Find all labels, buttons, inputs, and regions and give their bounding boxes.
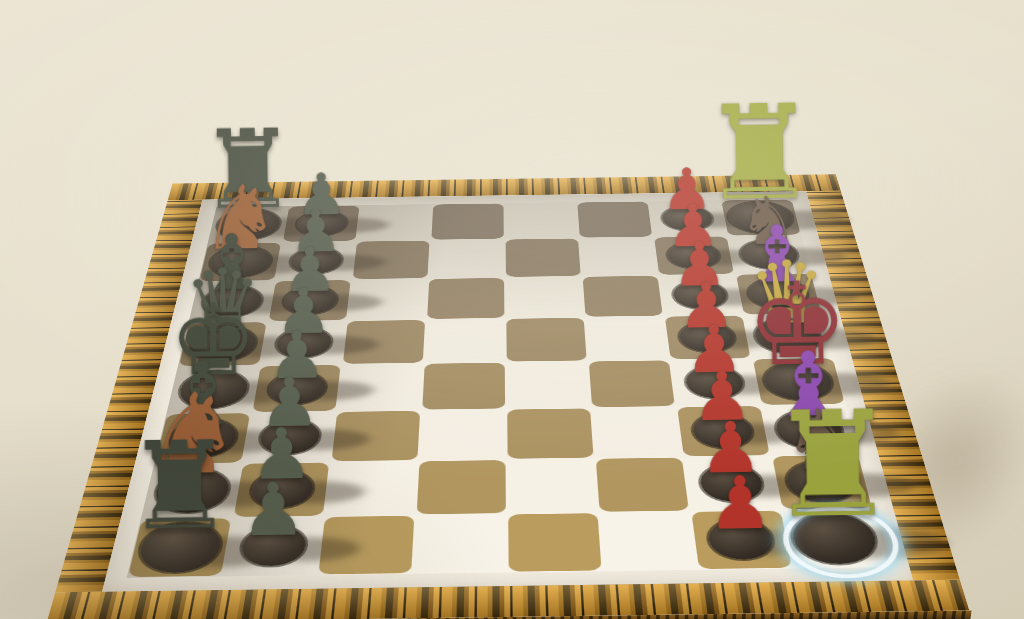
square[interactable]: [426, 277, 505, 319]
square[interactable]: [505, 238, 582, 277]
square[interactable]: [424, 318, 506, 363]
square[interactable]: [428, 239, 505, 278]
square[interactable]: [720, 199, 801, 236]
dark-square-inlay: [431, 203, 503, 239]
square[interactable]: [352, 240, 431, 279]
rook-glyph: ♜: [752, 391, 913, 539]
square[interactable]: [356, 204, 432, 241]
square[interactable]: [198, 242, 282, 281]
dark-square-inlay: [721, 199, 800, 235]
square[interactable]: [579, 237, 658, 276]
square[interactable]: [282, 205, 360, 242]
square[interactable]: [648, 200, 727, 237]
piece-white-pawn[interactable]: ♟: [193, 462, 354, 546]
square[interactable]: [504, 202, 579, 239]
square[interactable]: [576, 201, 653, 238]
board-tilt-wrapper: ♜♟♟♜♞♟♟♞♝♟♟♝♛♟♟♛♚♟♟♚♝♟♟♝♞♟♟♞♜♟♟♜: [0, 0, 1024, 619]
square[interactable]: [430, 203, 504, 240]
dark-square-inlay: [654, 236, 734, 274]
game-scene: ♜♟♟♜♞♟♟♞♝♟♟♝♛♟♟♛♚♟♟♚♝♟♟♝♞♟♟♞♜♟♟♜: [0, 0, 1024, 619]
dark-square-inlay: [506, 238, 581, 276]
square[interactable]: [208, 206, 289, 243]
dark-square-inlay: [577, 201, 652, 237]
square[interactable]: [505, 317, 587, 362]
dark-square-inlay: [506, 317, 586, 361]
square[interactable]: [653, 236, 735, 275]
dark-square-inlay: [199, 242, 281, 281]
square[interactable]: [505, 276, 585, 318]
pawn-glyph: ♟: [193, 471, 353, 546]
square[interactable]: [275, 241, 356, 280]
dark-square-inlay: [353, 240, 430, 278]
dark-square-inlay: [427, 277, 504, 318]
chess-board: ♜♟♟♜♞♟♟♞♝♟♟♝♛♟♟♛♚♟♟♚♝♟♟♝♞♟♟♞♜♟♟♜: [46, 174, 969, 619]
perspective-scene: ♜♟♟♜♞♟♟♞♝♟♟♝♛♟♟♛♚♟♟♚♝♟♟♝♞♟♟♞♜♟♟♜: [0, 0, 1024, 619]
dark-square-inlay: [283, 205, 360, 241]
piece-black-rook[interactable]: ♜: [752, 373, 914, 538]
